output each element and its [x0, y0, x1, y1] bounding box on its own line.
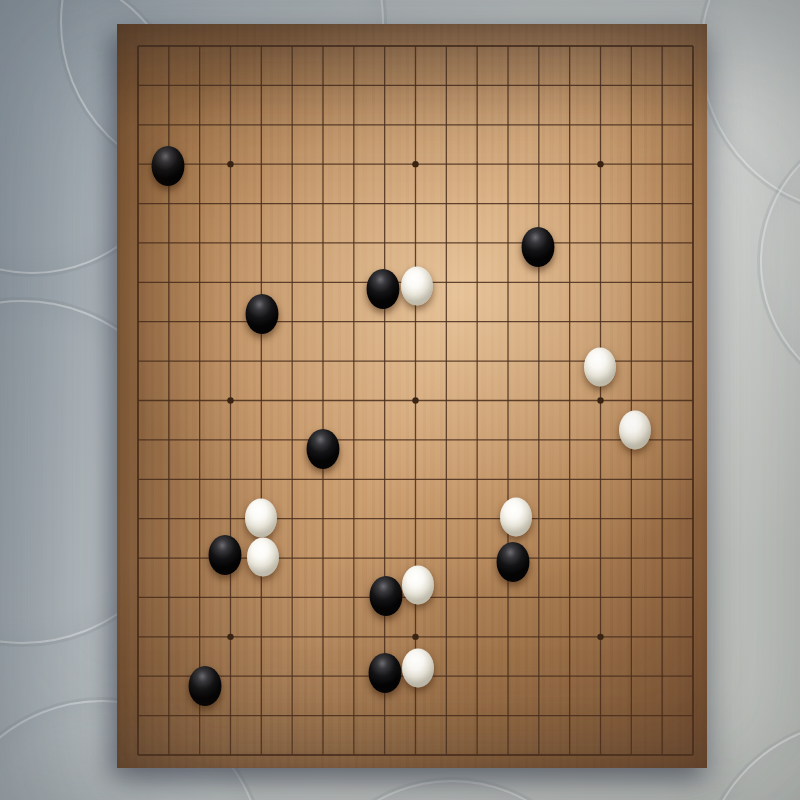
intersection[interactable]	[308, 302, 339, 341]
intersection[interactable]	[523, 657, 554, 696]
intersection[interactable]	[400, 26, 431, 65]
intersection[interactable]	[616, 105, 647, 144]
intersection[interactable]	[431, 381, 462, 420]
intersection[interactable]	[431, 420, 462, 459]
intersection[interactable]	[647, 538, 678, 577]
intersection[interactable]	[678, 66, 707, 105]
intersection[interactable]	[369, 263, 400, 302]
intersection[interactable]	[585, 420, 616, 459]
intersection[interactable]	[462, 144, 493, 183]
intersection[interactable]	[400, 105, 431, 144]
intersection[interactable]	[277, 696, 308, 735]
intersection[interactable]	[462, 341, 493, 380]
intersection[interactable]	[369, 420, 400, 459]
intersection[interactable]	[493, 184, 524, 223]
intersection[interactable]	[585, 617, 616, 656]
intersection[interactable]	[523, 184, 554, 223]
intersection[interactable]	[338, 66, 369, 105]
intersection[interactable]	[678, 144, 707, 183]
intersection[interactable]	[400, 341, 431, 380]
intersection[interactable]	[338, 341, 369, 380]
intersection[interactable]	[246, 420, 277, 459]
intersection[interactable]	[184, 184, 215, 223]
intersection[interactable]	[153, 578, 184, 617]
intersection[interactable]	[400, 420, 431, 459]
intersection[interactable]	[431, 341, 462, 380]
intersection[interactable]	[308, 105, 339, 144]
intersection[interactable]	[369, 26, 400, 65]
intersection[interactable]	[616, 617, 647, 656]
intersection[interactable]	[308, 657, 339, 696]
intersection[interactable]	[554, 105, 585, 144]
intersection[interactable]	[647, 735, 678, 768]
intersection[interactable]	[153, 538, 184, 577]
intersection[interactable]	[338, 144, 369, 183]
intersection[interactable]	[678, 578, 707, 617]
intersection[interactable]	[153, 26, 184, 65]
intersection[interactable]	[369, 696, 400, 735]
intersection[interactable]	[277, 538, 308, 577]
intersection[interactable]	[246, 460, 277, 499]
intersection[interactable]	[123, 302, 154, 341]
intersection[interactable]	[338, 460, 369, 499]
intersection[interactable]	[215, 223, 246, 262]
intersection[interactable]	[369, 460, 400, 499]
intersection[interactable]	[277, 420, 308, 459]
intersection[interactable]	[678, 341, 707, 380]
intersection[interactable]	[493, 460, 524, 499]
intersection[interactable]	[523, 144, 554, 183]
intersection[interactable]	[215, 578, 246, 617]
intersection[interactable]	[493, 263, 524, 302]
intersection[interactable]	[338, 263, 369, 302]
intersection[interactable]	[431, 696, 462, 735]
intersection[interactable]	[523, 617, 554, 656]
intersection[interactable]	[308, 341, 339, 380]
intersection[interactable]	[462, 538, 493, 577]
intersection[interactable]	[123, 538, 154, 577]
intersection[interactable]	[338, 538, 369, 577]
intersection[interactable]	[369, 223, 400, 262]
intersection[interactable]	[369, 66, 400, 105]
intersection[interactable]	[462, 696, 493, 735]
intersection[interactable]	[215, 420, 246, 459]
intersection[interactable]	[369, 657, 400, 696]
go-stone-black[interactable]	[246, 294, 279, 334]
intersection[interactable]	[184, 460, 215, 499]
intersection[interactable]	[678, 538, 707, 577]
intersection[interactable]	[246, 657, 277, 696]
intersection[interactable]	[153, 460, 184, 499]
intersection[interactable]	[153, 696, 184, 735]
intersection[interactable]	[184, 105, 215, 144]
intersection[interactable]	[400, 696, 431, 735]
intersection[interactable]	[678, 460, 707, 499]
intersection[interactable]	[277, 105, 308, 144]
intersection[interactable]	[246, 223, 277, 262]
intersection[interactable]	[215, 499, 246, 538]
intersection[interactable]	[277, 26, 308, 65]
intersection[interactable]	[123, 460, 154, 499]
go-stone-white[interactable]	[401, 267, 433, 306]
intersection[interactable]	[400, 381, 431, 420]
intersection[interactable]	[400, 144, 431, 183]
intersection[interactable]	[338, 696, 369, 735]
intersection[interactable]	[431, 184, 462, 223]
intersection[interactable]	[493, 302, 524, 341]
intersection[interactable]	[462, 26, 493, 65]
intersection[interactable]	[246, 538, 277, 577]
intersection[interactable]	[585, 302, 616, 341]
intersection[interactable]	[493, 144, 524, 183]
intersection[interactable]	[153, 144, 184, 183]
intersection[interactable]	[277, 223, 308, 262]
intersection[interactable]	[184, 499, 215, 538]
intersection[interactable]	[246, 184, 277, 223]
intersection[interactable]	[308, 460, 339, 499]
intersection[interactable]	[431, 617, 462, 656]
go-stone-white[interactable]	[247, 538, 279, 577]
intersection[interactable]	[123, 578, 154, 617]
intersection[interactable]	[554, 657, 585, 696]
intersection[interactable]	[400, 263, 431, 302]
intersection[interactable]	[215, 617, 246, 656]
intersection[interactable]	[308, 184, 339, 223]
intersection[interactable]	[647, 381, 678, 420]
intersection[interactable]	[462, 657, 493, 696]
intersection[interactable]	[616, 223, 647, 262]
intersection[interactable]	[523, 105, 554, 144]
intersection[interactable]	[308, 499, 339, 538]
intersection[interactable]	[184, 657, 215, 696]
intersection[interactable]	[308, 735, 339, 768]
intersection[interactable]	[123, 696, 154, 735]
intersection[interactable]	[123, 657, 154, 696]
intersection[interactable]	[184, 617, 215, 656]
intersection[interactable]	[554, 617, 585, 656]
intersection[interactable]	[678, 26, 707, 65]
intersection[interactable]	[647, 696, 678, 735]
intersection[interactable]	[246, 105, 277, 144]
intersection[interactable]	[369, 341, 400, 380]
intersection[interactable]	[554, 26, 585, 65]
intersection[interactable]	[153, 381, 184, 420]
intersection[interactable]	[400, 184, 431, 223]
intersection[interactable]	[215, 381, 246, 420]
intersection[interactable]	[523, 735, 554, 768]
intersection[interactable]	[400, 578, 431, 617]
intersection[interactable]	[338, 26, 369, 65]
intersection[interactable]	[369, 105, 400, 144]
intersection[interactable]	[215, 460, 246, 499]
intersection[interactable]	[585, 578, 616, 617]
intersection[interactable]	[554, 696, 585, 735]
intersection[interactable]	[338, 381, 369, 420]
intersection[interactable]	[431, 499, 462, 538]
intersection[interactable]	[493, 617, 524, 656]
intersection[interactable]	[585, 144, 616, 183]
intersection[interactable]	[123, 341, 154, 380]
intersection[interactable]	[616, 184, 647, 223]
intersection[interactable]	[493, 420, 524, 459]
intersection[interactable]	[523, 420, 554, 459]
intersection[interactable]	[616, 696, 647, 735]
intersection[interactable]	[246, 66, 277, 105]
intersection[interactable]	[585, 696, 616, 735]
intersection[interactable]	[647, 26, 678, 65]
intersection[interactable]	[523, 381, 554, 420]
intersection[interactable]	[369, 302, 400, 341]
intersection[interactable]	[616, 341, 647, 380]
intersection[interactable]	[585, 381, 616, 420]
intersection[interactable]	[647, 460, 678, 499]
intersection[interactable]	[616, 460, 647, 499]
intersection[interactable]	[431, 735, 462, 768]
intersection[interactable]	[308, 381, 339, 420]
intersection[interactable]	[585, 735, 616, 768]
intersection[interactable]	[400, 66, 431, 105]
intersection[interactable]	[554, 381, 585, 420]
intersection[interactable]	[277, 341, 308, 380]
intersection[interactable]	[246, 696, 277, 735]
intersection[interactable]	[215, 105, 246, 144]
intersection[interactable]	[678, 696, 707, 735]
intersection[interactable]	[585, 499, 616, 538]
intersection[interactable]	[308, 538, 339, 577]
intersection[interactable]	[184, 302, 215, 341]
intersection[interactable]	[616, 657, 647, 696]
intersection[interactable]	[523, 26, 554, 65]
intersection[interactable]	[246, 302, 277, 341]
intersection[interactable]	[523, 263, 554, 302]
intersection[interactable]	[184, 26, 215, 65]
intersection[interactable]	[523, 66, 554, 105]
intersection[interactable]	[215, 263, 246, 302]
intersection[interactable]	[153, 263, 184, 302]
intersection[interactable]	[585, 66, 616, 105]
intersection[interactable]	[493, 696, 524, 735]
intersection[interactable]	[123, 144, 154, 183]
intersection[interactable]	[369, 538, 400, 577]
intersection[interactable]	[184, 66, 215, 105]
intersection[interactable]	[338, 578, 369, 617]
intersection[interactable]	[647, 420, 678, 459]
intersection[interactable]	[462, 578, 493, 617]
intersection[interactable]	[153, 657, 184, 696]
intersection[interactable]	[616, 302, 647, 341]
intersection[interactable]	[616, 499, 647, 538]
intersection[interactable]	[431, 657, 462, 696]
intersection[interactable]	[123, 26, 154, 65]
intersection[interactable]	[277, 460, 308, 499]
intersection[interactable]	[493, 538, 524, 577]
intersection[interactable]	[123, 499, 154, 538]
intersection[interactable]	[678, 617, 707, 656]
intersection[interactable]	[277, 302, 308, 341]
intersection[interactable]	[493, 499, 524, 538]
intersection[interactable]	[338, 302, 369, 341]
intersection[interactable]	[277, 578, 308, 617]
intersection[interactable]	[308, 617, 339, 656]
intersection[interactable]	[647, 223, 678, 262]
intersection[interactable]	[123, 66, 154, 105]
intersection[interactable]	[277, 184, 308, 223]
intersection[interactable]	[277, 617, 308, 656]
intersection[interactable]	[123, 105, 154, 144]
intersection[interactable]	[431, 105, 462, 144]
intersection[interactable]	[585, 657, 616, 696]
intersection[interactable]	[678, 381, 707, 420]
intersection[interactable]	[585, 263, 616, 302]
intersection[interactable]	[678, 499, 707, 538]
intersection[interactable]	[493, 735, 524, 768]
intersection[interactable]	[308, 420, 339, 459]
intersection[interactable]	[523, 223, 554, 262]
intersection[interactable]	[184, 144, 215, 183]
intersection[interactable]	[554, 420, 585, 459]
intersection[interactable]	[431, 223, 462, 262]
intersection[interactable]	[153, 223, 184, 262]
intersection[interactable]	[523, 538, 554, 577]
intersection[interactable]	[523, 578, 554, 617]
intersection[interactable]	[585, 26, 616, 65]
intersection[interactable]	[493, 578, 524, 617]
intersection[interactable]	[431, 302, 462, 341]
intersection[interactable]	[678, 735, 707, 768]
intersection[interactable]	[153, 617, 184, 656]
intersection[interactable]	[616, 735, 647, 768]
intersection[interactable]	[308, 223, 339, 262]
intersection[interactable]	[462, 105, 493, 144]
intersection[interactable]	[308, 696, 339, 735]
intersection[interactable]	[647, 263, 678, 302]
intersection[interactable]	[462, 381, 493, 420]
intersection[interactable]	[123, 263, 154, 302]
intersection[interactable]	[462, 460, 493, 499]
intersection[interactable]	[678, 263, 707, 302]
intersection[interactable]	[400, 735, 431, 768]
intersection[interactable]	[369, 617, 400, 656]
intersection[interactable]	[246, 735, 277, 768]
intersection[interactable]	[431, 460, 462, 499]
intersection[interactable]	[616, 26, 647, 65]
go-stone-white[interactable]	[402, 566, 434, 605]
intersection[interactable]	[215, 341, 246, 380]
intersection[interactable]	[338, 223, 369, 262]
go-stone-white[interactable]	[402, 649, 434, 688]
intersection[interactable]	[338, 657, 369, 696]
intersection[interactable]	[523, 499, 554, 538]
intersection[interactable]	[554, 735, 585, 768]
intersection[interactable]	[153, 735, 184, 768]
intersection[interactable]	[308, 26, 339, 65]
intersection[interactable]	[616, 578, 647, 617]
intersection[interactable]	[554, 144, 585, 183]
intersection[interactable]	[246, 578, 277, 617]
intersection[interactable]	[616, 420, 647, 459]
intersection[interactable]	[462, 735, 493, 768]
intersection[interactable]	[184, 420, 215, 459]
intersection[interactable]	[308, 578, 339, 617]
intersection[interactable]	[647, 302, 678, 341]
intersection[interactable]	[647, 341, 678, 380]
intersection[interactable]	[400, 499, 431, 538]
intersection[interactable]	[123, 420, 154, 459]
intersection[interactable]	[215, 144, 246, 183]
intersection[interactable]	[246, 144, 277, 183]
intersection[interactable]	[308, 66, 339, 105]
intersection[interactable]	[678, 420, 707, 459]
intersection[interactable]	[277, 66, 308, 105]
intersection[interactable]	[338, 105, 369, 144]
intersection[interactable]	[215, 657, 246, 696]
intersection[interactable]	[215, 184, 246, 223]
intersection[interactable]	[462, 617, 493, 656]
intersection[interactable]	[153, 302, 184, 341]
intersection[interactable]	[462, 184, 493, 223]
intersection[interactable]	[338, 617, 369, 656]
intersection[interactable]	[431, 538, 462, 577]
intersection[interactable]	[678, 223, 707, 262]
intersection[interactable]	[554, 341, 585, 380]
intersection[interactable]	[215, 66, 246, 105]
intersection[interactable]	[215, 302, 246, 341]
intersection[interactable]	[647, 144, 678, 183]
intersection[interactable]	[338, 420, 369, 459]
intersection[interactable]	[215, 26, 246, 65]
intersection[interactable]	[554, 184, 585, 223]
intersection[interactable]	[462, 66, 493, 105]
go-stone-black[interactable]	[521, 227, 554, 267]
intersection[interactable]	[400, 657, 431, 696]
intersection[interactable]	[184, 223, 215, 262]
intersection[interactable]	[277, 499, 308, 538]
intersection[interactable]	[184, 578, 215, 617]
intersection[interactable]	[153, 105, 184, 144]
intersection[interactable]	[153, 341, 184, 380]
intersection[interactable]	[647, 617, 678, 656]
intersection[interactable]	[585, 105, 616, 144]
intersection[interactable]	[647, 499, 678, 538]
intersection[interactable]	[585, 538, 616, 577]
intersection[interactable]	[123, 223, 154, 262]
intersection[interactable]	[369, 735, 400, 768]
intersection[interactable]	[308, 144, 339, 183]
intersection[interactable]	[585, 184, 616, 223]
intersection[interactable]	[338, 499, 369, 538]
intersection[interactable]	[493, 66, 524, 105]
intersection[interactable]	[647, 657, 678, 696]
intersection[interactable]	[493, 657, 524, 696]
intersection[interactable]	[277, 657, 308, 696]
intersection[interactable]	[462, 302, 493, 341]
intersection[interactable]	[215, 735, 246, 768]
intersection[interactable]	[123, 381, 154, 420]
intersection[interactable]	[338, 184, 369, 223]
go-stone-black[interactable]	[209, 535, 242, 575]
intersection[interactable]	[431, 66, 462, 105]
intersection[interactable]	[647, 578, 678, 617]
intersection[interactable]	[153, 420, 184, 459]
intersection[interactable]	[369, 499, 400, 538]
intersection[interactable]	[431, 144, 462, 183]
intersection[interactable]	[277, 735, 308, 768]
intersection[interactable]	[462, 420, 493, 459]
intersection[interactable]	[493, 26, 524, 65]
intersection[interactable]	[400, 302, 431, 341]
intersection[interactable]	[493, 105, 524, 144]
intersection[interactable]	[493, 223, 524, 262]
